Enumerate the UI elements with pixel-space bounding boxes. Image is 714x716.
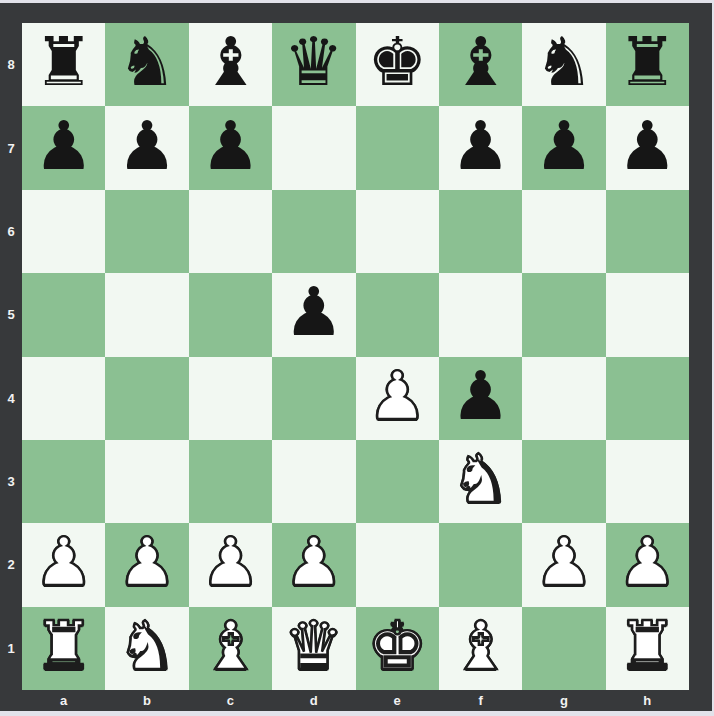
black-pawn-piece[interactable]: ♟ — [34, 113, 94, 180]
square-e1[interactable]: ♚ — [356, 607, 439, 690]
white-knight-piece[interactable]: ♞ — [451, 446, 511, 513]
white-king-piece[interactable]: ♚ — [367, 613, 427, 680]
white-pawn-piece[interactable]: ♟ — [284, 529, 344, 596]
file-label-g: g — [522, 690, 605, 711]
file-label-d: d — [272, 690, 355, 711]
square-e6[interactable] — [356, 190, 439, 273]
square-e4[interactable]: ♟ — [356, 357, 439, 440]
square-g6[interactable] — [522, 190, 605, 273]
page: 87654321 ♜♞♝♛♚♝♞♜♟♟♟♟♟♟♟♟♟♞♟♟♟♟♟♟♜♞♝♛♚♝♜… — [0, 0, 714, 716]
square-g2[interactable]: ♟ — [522, 523, 605, 606]
rank-label-4: 4 — [0, 357, 22, 440]
square-g3[interactable] — [522, 440, 605, 523]
square-h3[interactable] — [606, 440, 689, 523]
square-e2[interactable] — [356, 523, 439, 606]
square-h2[interactable]: ♟ — [606, 523, 689, 606]
square-a8[interactable]: ♜ — [22, 23, 105, 106]
square-e3[interactable] — [356, 440, 439, 523]
square-c3[interactable] — [189, 440, 272, 523]
square-d8[interactable]: ♛ — [272, 23, 355, 106]
rank-label-5: 5 — [0, 273, 22, 356]
black-pawn-piece[interactable]: ♟ — [617, 113, 677, 180]
file-label-f: f — [439, 690, 522, 711]
black-pawn-piece[interactable]: ♟ — [117, 113, 177, 180]
square-g1[interactable] — [522, 607, 605, 690]
square-d5[interactable]: ♟ — [272, 273, 355, 356]
black-king-piece[interactable]: ♚ — [367, 29, 427, 96]
white-pawn-piece[interactable]: ♟ — [617, 529, 677, 596]
square-h7[interactable]: ♟ — [606, 106, 689, 189]
white-bishop-piece[interactable]: ♝ — [200, 613, 260, 680]
white-rook-piece[interactable]: ♜ — [617, 613, 677, 680]
square-f8[interactable]: ♝ — [439, 23, 522, 106]
square-a4[interactable] — [22, 357, 105, 440]
square-g8[interactable]: ♞ — [522, 23, 605, 106]
rank-label-1: 1 — [0, 607, 22, 690]
board-frame: 87654321 ♜♞♝♛♚♝♞♜♟♟♟♟♟♟♟♟♟♞♟♟♟♟♟♟♜♞♝♛♚♝♜… — [0, 3, 712, 711]
square-d2[interactable]: ♟ — [272, 523, 355, 606]
rank-labels: 87654321 — [0, 23, 22, 690]
square-c7[interactable]: ♟ — [189, 106, 272, 189]
square-e8[interactable]: ♚ — [356, 23, 439, 106]
square-b3[interactable] — [105, 440, 188, 523]
black-knight-piece[interactable]: ♞ — [534, 29, 594, 96]
white-knight-piece[interactable]: ♞ — [117, 613, 177, 680]
square-h1[interactable]: ♜ — [606, 607, 689, 690]
square-b7[interactable]: ♟ — [105, 106, 188, 189]
file-label-a: a — [22, 690, 105, 711]
square-d7[interactable] — [272, 106, 355, 189]
square-b2[interactable]: ♟ — [105, 523, 188, 606]
square-c1[interactable]: ♝ — [189, 607, 272, 690]
white-pawn-piece[interactable]: ♟ — [34, 529, 94, 596]
white-queen-piece[interactable]: ♛ — [284, 613, 344, 680]
file-label-e: e — [356, 690, 439, 711]
square-a7[interactable]: ♟ — [22, 106, 105, 189]
rank-label-6: 6 — [0, 190, 22, 273]
square-c6[interactable] — [189, 190, 272, 273]
square-c4[interactable] — [189, 357, 272, 440]
square-e5[interactable] — [356, 273, 439, 356]
square-e7[interactable] — [356, 106, 439, 189]
square-b1[interactable]: ♞ — [105, 607, 188, 690]
file-labels: abcdefgh — [22, 690, 689, 711]
black-pawn-piece[interactable]: ♟ — [451, 113, 511, 180]
square-a2[interactable]: ♟ — [22, 523, 105, 606]
board: ♜♞♝♛♚♝♞♜♟♟♟♟♟♟♟♟♟♞♟♟♟♟♟♟♜♞♝♛♚♝♜ — [22, 23, 689, 690]
black-rook-piece[interactable]: ♜ — [617, 29, 677, 96]
white-pawn-piece[interactable]: ♟ — [117, 529, 177, 596]
black-rook-piece[interactable]: ♜ — [34, 29, 94, 96]
square-b4[interactable] — [105, 357, 188, 440]
white-pawn-piece[interactable]: ♟ — [200, 529, 260, 596]
square-f5[interactable] — [439, 273, 522, 356]
square-a6[interactable] — [22, 190, 105, 273]
square-h4[interactable] — [606, 357, 689, 440]
square-d6[interactable] — [272, 190, 355, 273]
black-pawn-piece[interactable]: ♟ — [200, 113, 260, 180]
black-knight-piece[interactable]: ♞ — [117, 29, 177, 96]
square-f1[interactable]: ♝ — [439, 607, 522, 690]
square-a1[interactable]: ♜ — [22, 607, 105, 690]
square-b8[interactable]: ♞ — [105, 23, 188, 106]
square-f4[interactable]: ♟ — [439, 357, 522, 440]
white-bishop-piece[interactable]: ♝ — [451, 613, 511, 680]
file-label-b: b — [105, 690, 188, 711]
square-f3[interactable]: ♞ — [439, 440, 522, 523]
square-f2[interactable] — [439, 523, 522, 606]
file-label-h: h — [606, 690, 689, 711]
white-pawn-piece[interactable]: ♟ — [367, 363, 427, 430]
black-pawn-piece[interactable]: ♟ — [284, 279, 344, 346]
square-c8[interactable]: ♝ — [189, 23, 272, 106]
square-a5[interactable] — [22, 273, 105, 356]
rank-label-2: 2 — [0, 523, 22, 606]
black-bishop-piece[interactable]: ♝ — [451, 29, 511, 96]
rank-label-3: 3 — [0, 440, 22, 523]
square-a3[interactable] — [22, 440, 105, 523]
white-rook-piece[interactable]: ♜ — [34, 613, 94, 680]
square-d3[interactable] — [272, 440, 355, 523]
square-c2[interactable]: ♟ — [189, 523, 272, 606]
black-queen-piece[interactable]: ♛ — [284, 29, 344, 96]
square-c5[interactable] — [189, 273, 272, 356]
square-g5[interactable] — [522, 273, 605, 356]
black-bishop-piece[interactable]: ♝ — [200, 29, 260, 96]
square-h8[interactable]: ♜ — [606, 23, 689, 106]
white-pawn-piece[interactable]: ♟ — [534, 529, 594, 596]
square-d1[interactable]: ♛ — [272, 607, 355, 690]
square-f6[interactable] — [439, 190, 522, 273]
square-h5[interactable] — [606, 273, 689, 356]
square-f7[interactable]: ♟ — [439, 106, 522, 189]
square-b5[interactable] — [105, 273, 188, 356]
black-pawn-piece[interactable]: ♟ — [451, 363, 511, 430]
black-pawn-piece[interactable]: ♟ — [534, 113, 594, 180]
square-b6[interactable] — [105, 190, 188, 273]
rank-label-8: 8 — [0, 23, 22, 106]
square-d4[interactable] — [272, 357, 355, 440]
rank-label-7: 7 — [0, 106, 22, 189]
square-g4[interactable] — [522, 357, 605, 440]
file-label-c: c — [189, 690, 272, 711]
square-h6[interactable] — [606, 190, 689, 273]
square-g7[interactable]: ♟ — [522, 106, 605, 189]
